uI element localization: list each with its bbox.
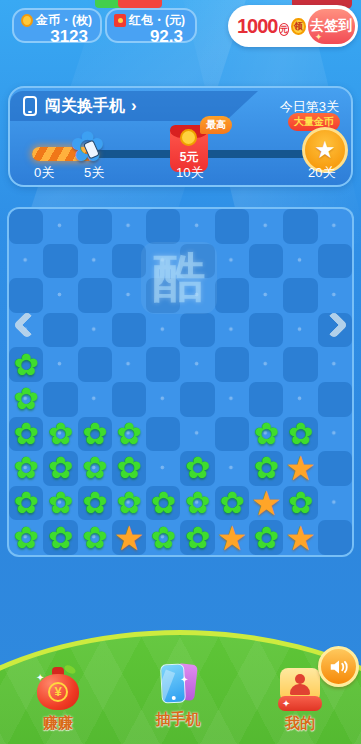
green-flower-piece[interactable]: ✿: [288, 417, 313, 451]
cell-r9c4[interactable]: ✿: [146, 520, 180, 555]
milestone-label-10: 10关: [176, 164, 203, 182]
cell-r3c7: [249, 313, 283, 348]
nav-draw-label: 抽手机: [142, 710, 214, 729]
red-packet-icon: [114, 14, 126, 27]
sparkle-icon: ✦: [282, 698, 290, 709]
cell-r3c5: [180, 313, 214, 348]
cell-r7c0[interactable]: ✿: [9, 451, 43, 486]
cell-r2c8: [283, 278, 317, 313]
coins-value: 3123: [21, 29, 92, 44]
green-flower-piece[interactable]: ✿: [288, 486, 313, 520]
cell-r4c7: [249, 347, 283, 382]
milestone-label-0: 0关: [34, 164, 54, 182]
phone-icon: [23, 96, 37, 116]
cell-r5c8: [283, 382, 317, 417]
orange-star-piece[interactable]: ★: [285, 451, 315, 485]
cell-r0c6: [215, 209, 249, 244]
sparkle-icon: ✦: [315, 32, 323, 42]
quest-panel[interactable]: 闯关换手机 › 今日第3关 ✿ 5元 最高 大量金币 ★ 0关 5关 10关 2…: [8, 86, 353, 187]
cell-r5c4: [146, 382, 180, 417]
milestone-label-20: 20关: [308, 164, 335, 182]
cell-r0c7: [249, 209, 283, 244]
green-flower-piece[interactable]: ✿: [48, 451, 73, 485]
cell-r4c9: [318, 347, 352, 382]
signin-button[interactable]: 去签到 ✦: [308, 9, 355, 44]
green-flower-piece[interactable]: ✿: [48, 521, 73, 555]
cell-r1c2: [78, 244, 112, 279]
cell-r1c6: [215, 244, 249, 279]
speaker-icon: [328, 656, 350, 678]
cell-r5c9: [318, 382, 352, 417]
cell-r6c7[interactable]: ✿: [249, 417, 283, 452]
cell-r8c7[interactable]: ★: [249, 486, 283, 521]
cell-r3c6: [215, 313, 249, 348]
claim-coin-icon: 领: [291, 18, 305, 35]
cell-r2c2: [78, 278, 112, 313]
person-body: [290, 684, 310, 695]
green-flower-piece[interactable]: ✿: [185, 451, 210, 485]
sound-button[interactable]: [318, 646, 359, 687]
coins-counter[interactable]: 金币・(枚) 3123: [12, 8, 102, 43]
sparkle-icon: ✦: [36, 672, 44, 683]
cell-r8c6[interactable]: ✿: [215, 486, 249, 521]
nav-earn[interactable]: ¥ ✦ 赚赚: [22, 664, 94, 733]
cell-r8c5[interactable]: ✿: [180, 486, 214, 521]
cell-r3c2: [78, 313, 112, 348]
cell-r8c2[interactable]: ✿: [78, 486, 112, 521]
green-flower-piece[interactable]: ✿: [14, 451, 39, 485]
green-flower-piece[interactable]: ✿: [14, 486, 39, 520]
green-flower-piece[interactable]: ✿: [116, 451, 141, 485]
cell-r3c3: [112, 313, 146, 348]
nav-draw-phone[interactable]: ✦ 抽手机: [142, 660, 214, 729]
highest-badge: 最高: [200, 116, 232, 134]
cell-r7c2[interactable]: ✿: [78, 451, 112, 486]
green-flower-piece[interactable]: ✿: [48, 486, 73, 520]
cell-r2c1: [43, 278, 77, 313]
green-flower-piece[interactable]: ✿: [14, 348, 39, 382]
cell-r8c9: [318, 486, 352, 521]
green-flower-piece[interactable]: ✿: [82, 521, 107, 555]
green-flower-piece[interactable]: ✿: [151, 486, 176, 520]
cell-r6c3[interactable]: ✿: [112, 417, 146, 452]
cell-r8c8[interactable]: ✿: [283, 486, 317, 521]
cell-r3c1: [43, 313, 77, 348]
redpacket-value: 92.3: [114, 29, 187, 44]
cell-r1c0: [9, 244, 43, 279]
green-flower-piece[interactable]: ✿: [185, 521, 210, 555]
cell-r4c3: [112, 347, 146, 382]
green-flower-piece[interactable]: ✿: [14, 382, 39, 416]
cell-r5c3: [112, 382, 146, 417]
cell-r5c2: [78, 382, 112, 417]
signin-amount: 1000: [237, 15, 278, 38]
cell-r4c8: [283, 347, 317, 382]
cell-r9c0[interactable]: ✿: [9, 520, 43, 555]
cell-r0c8: [283, 209, 317, 244]
bag-leaf: [63, 664, 77, 676]
cell-r1c7: [249, 244, 283, 279]
cell-r7c8[interactable]: ★: [283, 451, 317, 486]
green-flower-piece[interactable]: ✿: [82, 451, 107, 485]
orange-star-piece[interactable]: ★: [251, 486, 281, 520]
gold-coin-icon: [21, 14, 33, 27]
nav-mine-label: 我的: [264, 714, 336, 733]
cell-r1c1: [43, 244, 77, 279]
cell-r9c3[interactable]: ★: [112, 520, 146, 555]
cell-r0c9: [318, 209, 352, 244]
cell-r6c9: [318, 417, 352, 452]
green-flower-piece[interactable]: ✿: [82, 486, 107, 520]
green-flower-piece[interactable]: ✿: [254, 417, 279, 451]
cell-r5c1: [43, 382, 77, 417]
cell-r4c4: [146, 347, 180, 382]
cell-r7c1[interactable]: ✿: [43, 451, 77, 486]
green-flower-piece[interactable]: ✿: [219, 486, 244, 520]
star-icon: ★: [314, 136, 336, 164]
nav-earn-label: 赚赚: [22, 714, 94, 733]
green-flower-piece[interactable]: ✿: [151, 521, 176, 555]
orange-star-piece[interactable]: ★: [114, 521, 144, 555]
signin-banner[interactable]: 1000 元 领 去签到 ✦: [228, 5, 358, 47]
cell-r6c4: [146, 417, 180, 452]
cell-r4c2: [78, 347, 112, 382]
cell-r2c0: [9, 278, 43, 313]
yen-symbol: ¥: [48, 682, 68, 702]
cell-r6c0[interactable]: ✿: [9, 417, 43, 452]
cell-r9c2[interactable]: ✿: [78, 520, 112, 555]
cell-r9c9: [318, 520, 352, 555]
cell-r8c1[interactable]: ✿: [43, 486, 77, 521]
cell-r0c2: [78, 209, 112, 244]
green-flower-piece[interactable]: ✿: [254, 451, 279, 485]
cell-r9c6[interactable]: ★: [215, 520, 249, 555]
sparkle-icon: ✦: [180, 674, 188, 685]
cell-r4c5: [180, 347, 214, 382]
cell-r9c8[interactable]: ★: [283, 520, 317, 555]
cell-r7c3[interactable]: ✿: [112, 451, 146, 486]
logo-watermark: 酷: [141, 242, 217, 314]
cell-r5c5: [180, 382, 214, 417]
cell-r5c6: [215, 382, 249, 417]
quest-title: 闯关换手机: [45, 96, 125, 117]
cell-r9c5[interactable]: ✿: [180, 520, 214, 555]
milestone-label-5: 5关: [84, 164, 104, 182]
cell-r5c0[interactable]: ✿: [9, 382, 43, 417]
cell-r6c8[interactable]: ✿: [283, 417, 317, 452]
orange-star-piece[interactable]: ★: [285, 521, 315, 555]
signin-unit: 元: [279, 23, 290, 36]
orange-star-piece[interactable]: ★: [217, 521, 247, 555]
green-flower-piece[interactable]: ✿: [185, 486, 210, 520]
green-flower-piece[interactable]: ✿: [82, 417, 107, 451]
cell-r6c2[interactable]: ✿: [78, 417, 112, 452]
phones-icon[interactable]: ✦: [154, 660, 202, 708]
cell-r3c8: [283, 313, 317, 348]
cell-r0c4: [146, 209, 180, 244]
cell-r6c5: [180, 417, 214, 452]
cell-r7c5[interactable]: ✿: [180, 451, 214, 486]
cell-r2c9: [318, 278, 352, 313]
watermark-text: 酷: [153, 243, 205, 313]
cell-r1c8: [283, 244, 317, 279]
cell-r8c4[interactable]: ✿: [146, 486, 180, 521]
decor-red-sliver: [118, 0, 162, 8]
cell-r0c5: [180, 209, 214, 244]
cell-r4c1: [43, 347, 77, 382]
cell-r6c6: [215, 417, 249, 452]
person-head: [295, 674, 305, 684]
cell-r7c4: [146, 451, 180, 486]
profile-icon[interactable]: ✦: [276, 664, 324, 712]
envelope-coin-icon: [180, 129, 197, 146]
cell-r9c1[interactable]: ✿: [43, 520, 77, 555]
green-flower-piece[interactable]: ✿: [14, 417, 39, 451]
cell-r6c1[interactable]: ✿: [43, 417, 77, 452]
cell-r7c6: [215, 451, 249, 486]
cell-r2c7: [249, 278, 283, 313]
cell-r7c9: [318, 451, 352, 486]
money-bag-icon[interactable]: ¥ ✦: [34, 664, 82, 712]
cell-r9c7[interactable]: ✿: [249, 520, 283, 555]
cell-r4c0[interactable]: ✿: [9, 347, 43, 382]
cell-r2c6: [215, 278, 249, 313]
green-flower-piece[interactable]: ✿: [254, 521, 279, 555]
cell-r4c6: [215, 347, 249, 382]
cell-r0c1: [43, 209, 77, 244]
chevron-right-icon: ›: [131, 96, 137, 116]
cell-r1c9: [318, 244, 352, 279]
green-flower-piece[interactable]: ✿: [116, 486, 141, 520]
green-flower-piece[interactable]: ✿: [116, 417, 141, 451]
cell-r8c0[interactable]: ✿: [9, 486, 43, 521]
cell-r5c7: [249, 382, 283, 417]
cell-r0c3: [112, 209, 146, 244]
cell-r7c7[interactable]: ✿: [249, 451, 283, 486]
cell-r0c0: [9, 209, 43, 244]
cell-r8c3[interactable]: ✿: [112, 486, 146, 521]
redpacket-counter[interactable]: 红包・(元) 92.3: [105, 8, 197, 43]
green-flower-piece[interactable]: ✿: [48, 417, 73, 451]
game-screen: 金币・(枚) 3123 红包・(元) 92.3 1000 元 领 去签到 ✦ 闯…: [0, 0, 361, 744]
green-flower-piece[interactable]: ✿: [14, 521, 39, 555]
cell-r3c4: [146, 313, 180, 348]
